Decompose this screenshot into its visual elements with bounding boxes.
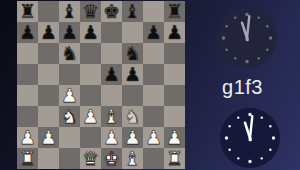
chess-piece-bb-c8[interactable]: ♝	[59, 1, 80, 22]
chess-piece-wb-f1[interactable]: ♝	[122, 148, 143, 169]
chess-piece-bp-e5[interactable]: ♟	[101, 64, 122, 85]
chess-piece-wp-f2[interactable]: ♟	[122, 127, 143, 148]
chess-piece-wp-g2[interactable]: ♟	[143, 127, 164, 148]
chess-piece-wp-e2[interactable]: ♟	[101, 127, 122, 148]
chess-piece-br-h8[interactable]: ♜	[164, 1, 185, 22]
board-pieces: ♜♝♛♚♝♜♟♟♟♟♟♟♞♞♟♟♟♞♟♝♞♟♟♟♟♟♟♜♛♚♝♜	[17, 1, 185, 169]
chess-piece-wn-c3[interactable]: ♞	[59, 106, 80, 127]
opponent-clock	[216, 7, 278, 69]
chess-piece-bp-a7[interactable]: ♟	[17, 22, 38, 43]
chess-piece-bp-b7[interactable]: ♟	[38, 22, 59, 43]
chess-piece-bk-e8[interactable]: ♚	[101, 1, 122, 22]
chess-piece-wr-h1[interactable]: ♜	[164, 148, 185, 169]
chess-piece-wp-d3[interactable]: ♟	[80, 106, 101, 127]
chess-app: ♜♝♛♚♝♜♟♟♟♟♟♟♞♞♟♟♟♞♟♝♞♟♟♟♟♟♟♜♛♚♝♜ g1f3	[0, 0, 300, 170]
chess-board: ♜♝♛♚♝♜♟♟♟♟♟♟♞♞♟♟♟♞♟♝♞♟♟♟♟♟♟♜♛♚♝♜	[17, 1, 185, 169]
chess-piece-bp-g7[interactable]: ♟	[143, 22, 164, 43]
chess-piece-bp-h7[interactable]: ♟	[164, 22, 185, 43]
chess-piece-wp-b2[interactable]: ♟	[38, 127, 59, 148]
chess-piece-bn-f6[interactable]: ♞	[122, 43, 143, 64]
chess-piece-wb-e3[interactable]: ♝	[101, 106, 122, 127]
chess-piece-wp-a2[interactable]: ♟	[17, 127, 38, 148]
chess-piece-wk-e1[interactable]: ♚	[101, 148, 122, 169]
chess-piece-wp-c4[interactable]: ♟	[59, 85, 80, 106]
chess-piece-br-a8[interactable]: ♜	[17, 1, 38, 22]
chess-piece-wq-d1[interactable]: ♛	[80, 148, 101, 169]
chess-piece-wn-f3[interactable]: ♞	[122, 106, 143, 127]
chess-piece-bp-d7[interactable]: ♟	[80, 22, 101, 43]
chess-piece-bn-c6[interactable]: ♞	[59, 43, 80, 64]
chess-piece-wr-a1[interactable]: ♜	[17, 148, 38, 169]
chess-piece-bp-f5[interactable]: ♟	[122, 64, 143, 85]
chess-piece-wp-h2[interactable]: ♟	[164, 127, 185, 148]
player-clock	[219, 107, 281, 169]
last-move-label: g1f3	[185, 76, 300, 99]
chess-piece-bp-c7[interactable]: ♟	[59, 22, 80, 43]
chess-piece-bq-d8[interactable]: ♛	[80, 1, 101, 22]
chess-piece-bb-f8[interactable]: ♝	[122, 1, 143, 22]
